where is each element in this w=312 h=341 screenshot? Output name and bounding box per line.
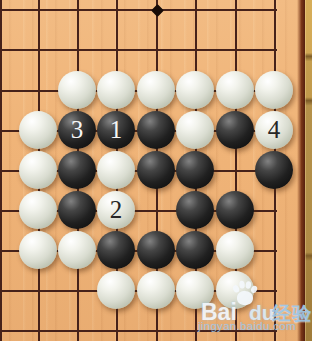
white-stone-r2c4 (137, 71, 175, 109)
black-stone-r4c4 (137, 151, 175, 189)
move-label-2: 2 (110, 197, 123, 222)
white-stone-r7c4 (137, 271, 175, 309)
black-stone-r3c4 (137, 111, 175, 149)
white-stone-r6c2 (58, 231, 96, 269)
black-stone-r5c5 (176, 191, 214, 229)
white-stone-r2c2 (58, 71, 96, 109)
white-stone-r3c7: 4 (255, 111, 293, 149)
white-stone-r2c5 (176, 71, 214, 109)
black-stone-r6c4 (137, 231, 175, 269)
black-stone-r5c2 (58, 191, 96, 229)
watermark-url: jingyan.baidu.com (198, 320, 296, 332)
black-stone-r3c6 (216, 111, 254, 149)
white-stone-r5c1 (19, 191, 57, 229)
go-board-screenshot: 3142 Bai du 经验 jingyan.baidu.com (0, 0, 312, 341)
baidu-watermark: Bai du 经验 jingyan.baidu.com (196, 280, 312, 335)
black-stone-r4c7 (255, 151, 293, 189)
black-stone-r4c2 (58, 151, 96, 189)
white-stone-r2c7 (255, 71, 293, 109)
white-stone-r4c3 (97, 151, 135, 189)
grid-line-v-0 (0, 0, 2, 341)
white-stone-r4c1 (19, 151, 57, 189)
black-stone-r5c6 (216, 191, 254, 229)
white-stone-r2c6 (216, 71, 254, 109)
white-stone-r7c3 (97, 271, 135, 309)
black-stone-r6c5 (176, 231, 214, 269)
move-label-1: 1 (110, 117, 123, 142)
black-stone-r3c2: 3 (58, 111, 96, 149)
white-stone-r6c1 (19, 231, 57, 269)
white-stone-r3c1 (19, 111, 57, 149)
white-stone-r3c5 (176, 111, 214, 149)
star-point (151, 4, 164, 17)
white-stone-r6c6 (216, 231, 254, 269)
black-stone-r4c5 (176, 151, 214, 189)
black-stone-r3c3: 1 (97, 111, 135, 149)
baidu-paw-icon (230, 280, 260, 307)
black-stone-r6c3 (97, 231, 135, 269)
white-stone-r5c3: 2 (97, 191, 135, 229)
white-stone-r2c3 (97, 71, 135, 109)
move-label-4: 4 (268, 117, 281, 142)
move-label-3: 3 (71, 117, 84, 142)
